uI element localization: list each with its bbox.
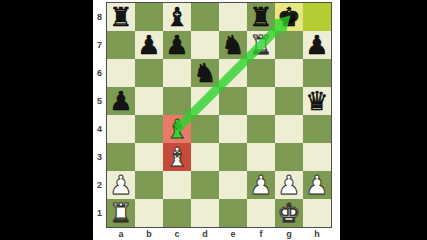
black-king[interactable]: ♚: [277, 3, 300, 31]
square-d4[interactable]: [191, 115, 219, 143]
square-a1[interactable]: ♜: [107, 199, 135, 227]
white-pawn[interactable]: ♟: [249, 171, 272, 199]
square-a5[interactable]: ♟: [107, 87, 135, 115]
square-a7[interactable]: [107, 31, 135, 59]
square-f1[interactable]: [247, 199, 275, 227]
square-d6[interactable]: ♞: [191, 59, 219, 87]
square-g1[interactable]: ♚: [275, 199, 303, 227]
black-rook[interactable]: ♜: [249, 3, 272, 31]
square-b5[interactable]: [135, 87, 163, 115]
rank-label-5: 5: [93, 87, 106, 115]
square-b6[interactable]: [135, 59, 163, 87]
square-h2[interactable]: ♟: [303, 171, 331, 199]
file-label-d: d: [191, 229, 219, 240]
rank-label-4: 4: [93, 115, 106, 143]
rank-label-6: 6: [93, 59, 106, 87]
square-b4[interactable]: [135, 115, 163, 143]
square-d5[interactable]: [191, 87, 219, 115]
rank-label-2: 2: [93, 171, 106, 199]
square-e2[interactable]: [219, 171, 247, 199]
black-rook[interactable]: ♜: [109, 3, 132, 31]
square-d7[interactable]: [191, 31, 219, 59]
black-queen[interactable]: ♛: [305, 87, 328, 115]
square-e3[interactable]: [219, 143, 247, 171]
square-c6[interactable]: [163, 59, 191, 87]
square-h4[interactable]: [303, 115, 331, 143]
square-c3[interactable]: ♝: [163, 143, 191, 171]
square-f7[interactable]: ♜: [247, 31, 275, 59]
square-g4[interactable]: [275, 115, 303, 143]
chess-board: ♜♝♜♚♟♟♞♜♟♞♟♛♝♝♟♟♟♟♜♚: [106, 2, 332, 228]
square-h3[interactable]: [303, 143, 331, 171]
file-label-h: h: [303, 229, 331, 240]
square-g3[interactable]: [275, 143, 303, 171]
square-b1[interactable]: [135, 199, 163, 227]
black-bishop[interactable]: ♝: [165, 3, 188, 31]
square-f2[interactable]: ♟: [247, 171, 275, 199]
black-pawn[interactable]: ♟: [109, 87, 132, 115]
square-c5[interactable]: [163, 87, 191, 115]
square-f5[interactable]: [247, 87, 275, 115]
square-f6[interactable]: [247, 59, 275, 87]
square-g7[interactable]: [275, 31, 303, 59]
file-label-c: c: [163, 229, 191, 240]
rank-label-8: 8: [93, 3, 106, 31]
rank-label-1: 1: [93, 199, 106, 227]
square-b8[interactable]: [135, 3, 163, 31]
file-label-g: g: [275, 229, 303, 240]
square-c1[interactable]: [163, 199, 191, 227]
square-e8[interactable]: [219, 3, 247, 31]
square-e1[interactable]: [219, 199, 247, 227]
square-e5[interactable]: [219, 87, 247, 115]
black-pawn[interactable]: ♟: [305, 31, 328, 59]
file-label-f: f: [247, 229, 275, 240]
square-e6[interactable]: [219, 59, 247, 87]
white-rook[interactable]: ♜: [109, 199, 132, 227]
white-bishop[interactable]: ♝: [165, 143, 188, 171]
white-pawn[interactable]: ♟: [109, 171, 132, 199]
square-h6[interactable]: [303, 59, 331, 87]
board-grid: ♜♝♜♚♟♟♞♜♟♞♟♛♝♝♟♟♟♟♜♚: [107, 3, 331, 227]
square-f8[interactable]: ♜: [247, 3, 275, 31]
white-rook[interactable]: ♜: [249, 31, 272, 59]
square-g2[interactable]: ♟: [275, 171, 303, 199]
square-a8[interactable]: ♜: [107, 3, 135, 31]
screenshot-canvas: { "game": "chess", "position": { "fen": …: [0, 0, 427, 240]
square-a6[interactable]: [107, 59, 135, 87]
square-e7[interactable]: ♞: [219, 31, 247, 59]
square-d1[interactable]: [191, 199, 219, 227]
square-b2[interactable]: [135, 171, 163, 199]
square-h5[interactable]: ♛: [303, 87, 331, 115]
square-b3[interactable]: [135, 143, 163, 171]
black-pawn[interactable]: ♟: [165, 31, 188, 59]
chess-board-panel: ♜♝♜♚♟♟♞♜♟♞♟♛♝♝♟♟♟♟♜♚ 87654321 abcdefgh: [93, 0, 340, 240]
rank-label-3: 3: [93, 143, 106, 171]
rank-label-7: 7: [93, 31, 106, 59]
square-e4[interactable]: [219, 115, 247, 143]
white-bishop[interactable]: ♝: [165, 115, 188, 143]
square-c2[interactable]: [163, 171, 191, 199]
square-h8[interactable]: [303, 3, 331, 31]
square-c8[interactable]: ♝: [163, 3, 191, 31]
square-d3[interactable]: [191, 143, 219, 171]
black-pawn[interactable]: ♟: [137, 31, 160, 59]
square-d2[interactable]: [191, 171, 219, 199]
square-a4[interactable]: [107, 115, 135, 143]
square-c7[interactable]: ♟: [163, 31, 191, 59]
file-label-a: a: [107, 229, 135, 240]
square-d8[interactable]: [191, 3, 219, 31]
black-knight[interactable]: ♞: [193, 59, 216, 87]
square-h7[interactable]: ♟: [303, 31, 331, 59]
square-g8[interactable]: ♚: [275, 3, 303, 31]
file-label-b: b: [135, 229, 163, 240]
square-h1[interactable]: [303, 199, 331, 227]
square-b7[interactable]: ♟: [135, 31, 163, 59]
square-f4[interactable]: [247, 115, 275, 143]
square-a2[interactable]: ♟: [107, 171, 135, 199]
square-f3[interactable]: [247, 143, 275, 171]
black-knight[interactable]: ♞: [221, 31, 244, 59]
white-king[interactable]: ♚: [277, 199, 300, 227]
square-c4[interactable]: ♝: [163, 115, 191, 143]
white-pawn[interactable]: ♟: [305, 171, 328, 199]
square-g5[interactable]: [275, 87, 303, 115]
white-pawn[interactable]: ♟: [277, 171, 300, 199]
square-g6[interactable]: [275, 59, 303, 87]
square-a3[interactable]: [107, 143, 135, 171]
file-label-e: e: [219, 229, 247, 240]
